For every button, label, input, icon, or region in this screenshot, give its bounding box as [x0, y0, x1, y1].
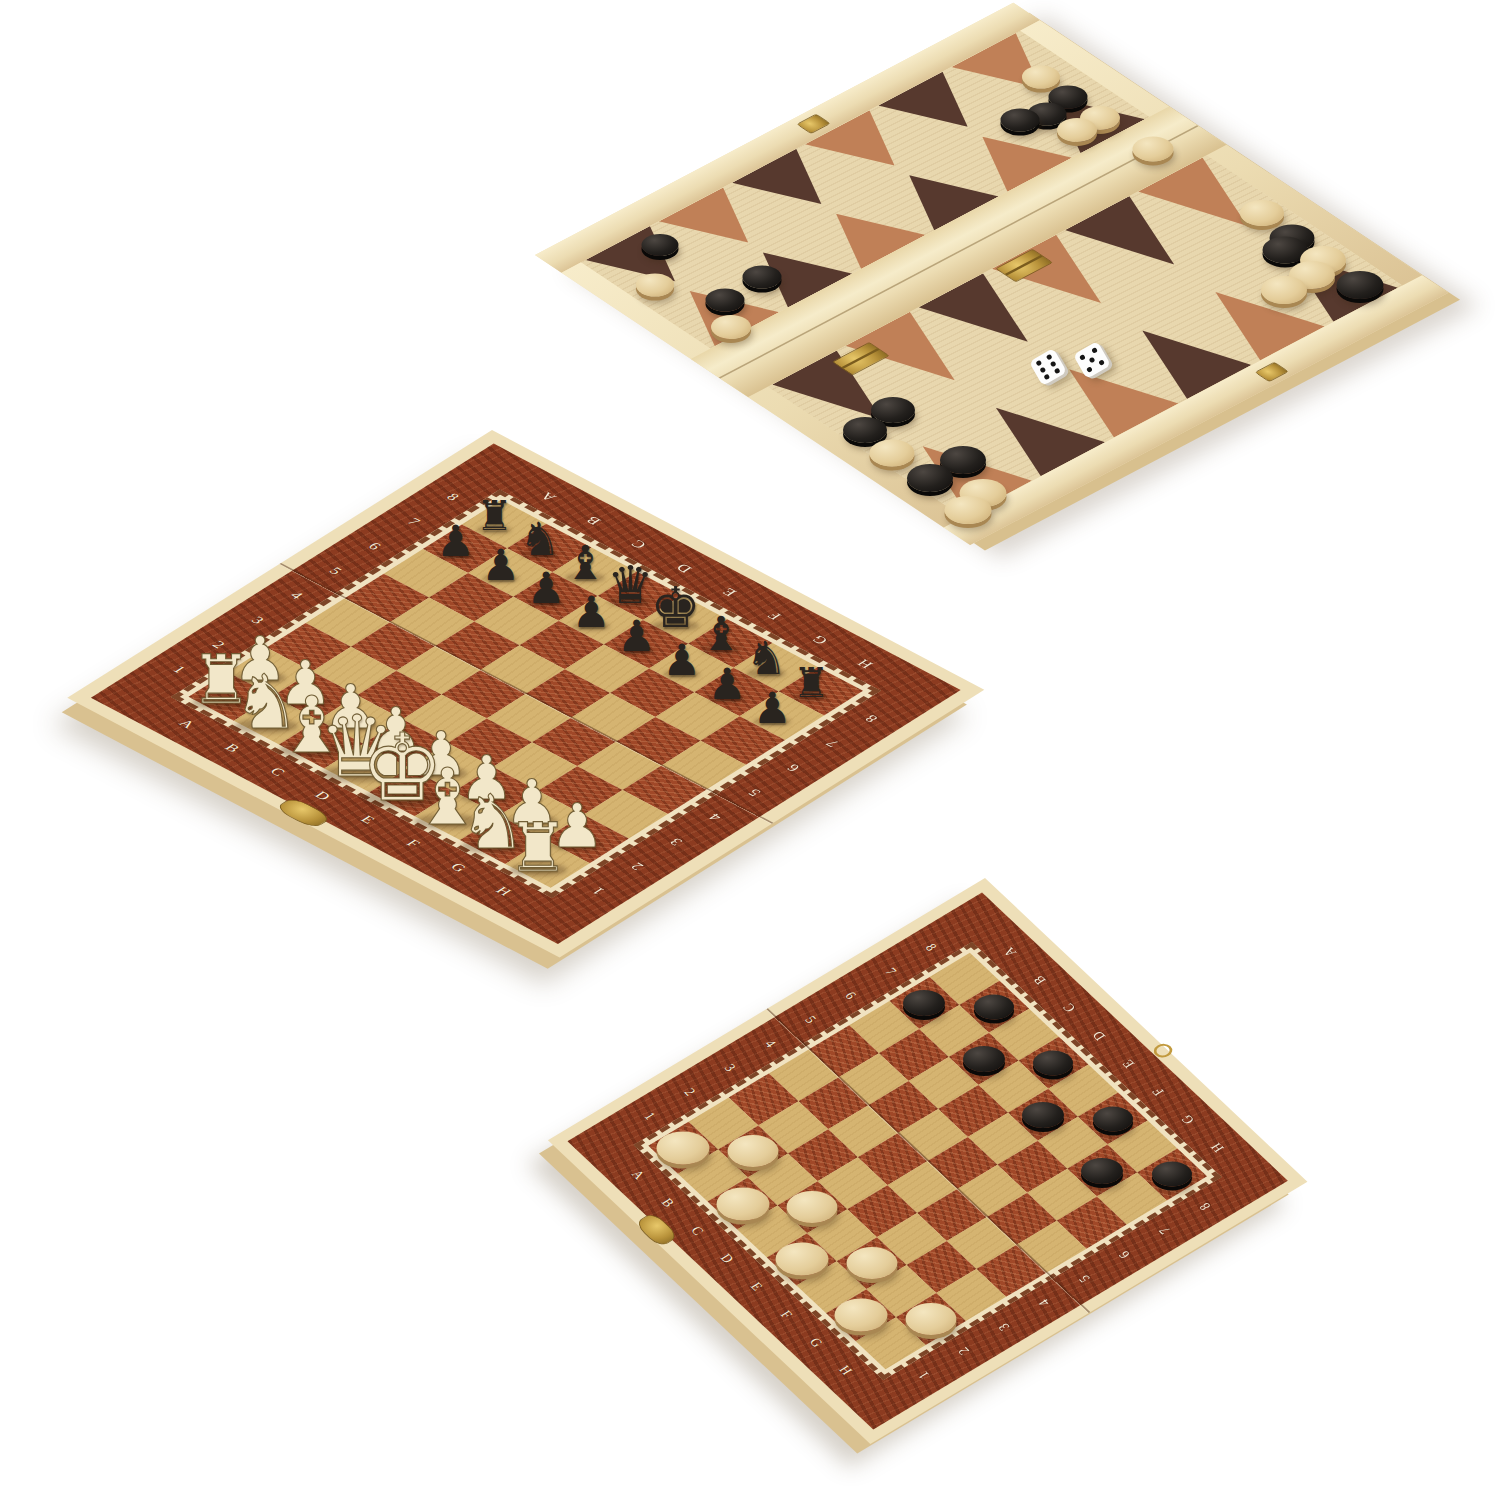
draughts-man-black-g7[interactable]: [1081, 1158, 1123, 1184]
die-pip: [1053, 368, 1060, 375]
die-pip: [1089, 356, 1096, 363]
product-photo-stage: AA88BB77CC66DD55EE44FF33GG22HH11 AA88BB7…: [0, 0, 1500, 1500]
die-pip: [1049, 361, 1056, 368]
chess-piece-black-r-h8[interactable]: ♜: [793, 664, 830, 705]
backgammon-checker-light-11[interactable]: [869, 440, 914, 467]
die-pip: [1035, 360, 1042, 367]
die-showing-5[interactable]: [1073, 341, 1111, 379]
chess-piece-black-q-d8[interactable]: ♛: [607, 559, 654, 611]
die-showing-6[interactable]: [1029, 348, 1067, 386]
draughts-man-white-b2[interactable]: [728, 1135, 779, 1167]
chess-piece-black-p-h7[interactable]: ♟: [753, 687, 792, 730]
die-pip: [1045, 354, 1052, 361]
pieces-layer: ♜♞♝♛♚♝♞♜♟♟♟♟♟♟♟♟♟♟♟♟♟♟♟♟♜♞♝♛♚♝♞♜: [0, 0, 1500, 1500]
die-pip: [1091, 347, 1098, 354]
chess-piece-white-r-h1[interactable]: ♜: [507, 814, 568, 882]
backgammon-checker-light-3[interactable]: [1022, 65, 1060, 88]
chess-piece-black-r-a8[interactable]: ♜: [476, 496, 513, 537]
die-pip: [1043, 373, 1050, 380]
chess-piece-black-p-e7[interactable]: ♟: [617, 615, 656, 658]
chess-piece-black-p-d7[interactable]: ♟: [572, 591, 611, 634]
backgammon-checker-black-2[interactable]: [706, 289, 745, 312]
die-pip: [1079, 354, 1086, 361]
backgammon-checker-light-7[interactable]: [1240, 200, 1284, 226]
chess-piece-black-p-a7[interactable]: ♟: [436, 519, 475, 562]
backgammon-checker-black-3[interactable]: [743, 266, 782, 289]
draughts-man-black-c7[interactable]: [963, 1046, 1005, 1072]
chess-piece-black-p-g7[interactable]: ♟: [708, 663, 747, 706]
chess-piece-black-k-e8[interactable]: ♚: [650, 580, 700, 636]
draughts-man-black-h8[interactable]: [1152, 1162, 1192, 1187]
chess-piece-black-p-c7[interactable]: ♟: [527, 567, 566, 610]
draughts-man-white-e1[interactable]: [775, 1243, 828, 1276]
backgammon-checker-black-1[interactable]: [642, 234, 679, 256]
chess-piece-black-b-f8[interactable]: ♝: [700, 611, 742, 658]
backgammon-checker-light-2[interactable]: [711, 315, 751, 339]
backgammon-checker-black-9[interactable]: [1337, 271, 1384, 299]
die-pip: [1098, 359, 1105, 366]
backgammon-checker-black-6[interactable]: [1001, 109, 1040, 132]
chess-piece-black-n-g8[interactable]: ♞: [745, 636, 786, 682]
draughts-man-black-f8[interactable]: [1093, 1106, 1133, 1131]
chess-piece-black-p-f7[interactable]: ♟: [662, 639, 701, 682]
draughts-man-white-d2[interactable]: [787, 1191, 838, 1223]
chess-piece-black-n-b8[interactable]: ♞: [519, 516, 560, 562]
backgammon-checker-black-11[interactable]: [843, 417, 887, 443]
draughts-man-white-g1[interactable]: [835, 1299, 888, 1332]
draughts-man-black-e7[interactable]: [1022, 1102, 1064, 1128]
backgammon-checker-light-10[interactable]: [1261, 276, 1307, 304]
die-pip: [1086, 366, 1093, 373]
backgammon-checker-black-12[interactable]: [907, 464, 953, 492]
backgammon-checker-light-6[interactable]: [1132, 136, 1173, 161]
chess-piece-black-b-c8[interactable]: ♝: [564, 539, 606, 586]
backgammon-checker-light-13[interactable]: [945, 496, 992, 524]
draughts-man-black-b8[interactable]: [974, 994, 1014, 1019]
chess-piece-black-p-b7[interactable]: ♟: [481, 543, 520, 586]
backgammon-checker-light-1[interactable]: [636, 273, 674, 296]
die-pip: [1039, 367, 1046, 374]
draughts-man-white-h2[interactable]: [905, 1303, 956, 1335]
backgammon-checker-light-5[interactable]: [1057, 118, 1097, 142]
draughts-man-black-a7[interactable]: [903, 990, 945, 1016]
draughts-man-white-c1[interactable]: [716, 1187, 769, 1220]
draughts-man-black-d8[interactable]: [1033, 1050, 1073, 1075]
draughts-man-white-f2[interactable]: [846, 1247, 897, 1279]
draughts-man-white-a1[interactable]: [657, 1131, 710, 1164]
